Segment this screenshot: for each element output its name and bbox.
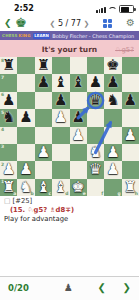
piece-wk-e1[interactable]: ♚ bbox=[70, 179, 87, 196]
pawn-icon[interactable]: ♟ bbox=[64, 282, 73, 293]
piece-wp-b2[interactable]: ♟ bbox=[17, 161, 34, 178]
square-d8[interactable] bbox=[52, 57, 69, 74]
piece-bp-h6[interactable]: ♟ bbox=[122, 92, 139, 109]
next-move-button[interactable]: ❯ bbox=[123, 282, 131, 293]
piece-bb-e7[interactable]: ♝ bbox=[70, 74, 87, 91]
signal-icon bbox=[96, 6, 106, 13]
square-f1[interactable]: f bbox=[87, 179, 104, 196]
piece-wp-c3[interactable]: ♟ bbox=[35, 144, 52, 161]
piece-wb-c1[interactable]: ♝ bbox=[35, 179, 52, 196]
piece-wn-b1[interactable]: ♞ bbox=[17, 179, 34, 196]
square-h3[interactable] bbox=[122, 144, 139, 161]
chessking-logo: CHESS KING LEARN bbox=[2, 33, 50, 39]
rank-label: 3 bbox=[1, 144, 4, 149]
course-banner[interactable]: CHESS KING LEARN Bobby Fischer - Chess C… bbox=[0, 31, 139, 40]
turn-status-bar: It's your turn ♘g5? bbox=[0, 40, 139, 57]
square-h7[interactable] bbox=[122, 74, 139, 91]
piece-wp-g2[interactable]: ♟ bbox=[104, 161, 121, 178]
square-g1[interactable]: g bbox=[104, 179, 121, 196]
piece-wn-f3[interactable]: ♞ bbox=[87, 144, 104, 161]
square-d3[interactable] bbox=[52, 144, 69, 161]
piece-wp-a2[interactable]: ♟ bbox=[0, 161, 17, 178]
status-bar: 2:52 bbox=[0, 0, 139, 16]
nav-bar: ❮ ♚ ❮ 5 / 77 ❯ ⚙ bbox=[0, 16, 139, 31]
piece-wp-e4[interactable]: ♟ bbox=[70, 127, 87, 144]
pager-prev-button[interactable]: ❮ bbox=[50, 20, 56, 28]
square-e3[interactable] bbox=[70, 144, 87, 161]
piece-wp-g3[interactable]: ♟ bbox=[104, 144, 121, 161]
square-c2[interactable] bbox=[35, 161, 52, 178]
piece-bb-d7[interactable]: ♝ bbox=[52, 74, 69, 91]
square-c6[interactable] bbox=[35, 92, 52, 109]
advice-text: Play for advantage bbox=[4, 215, 137, 224]
file-label: g bbox=[117, 191, 120, 196]
clock-time: 2:52 bbox=[14, 4, 34, 13]
square-c5[interactable] bbox=[35, 109, 52, 126]
logo-chess-text: CHESS bbox=[2, 33, 18, 38]
piece-bp-c7[interactable]: ♟ bbox=[35, 74, 52, 91]
piece-wp-h4[interactable]: ♟ bbox=[122, 127, 139, 144]
piece-wb-d1[interactable]: ♝ bbox=[52, 179, 69, 196]
square-b8[interactable] bbox=[17, 57, 34, 74]
square-g5[interactable] bbox=[104, 109, 121, 126]
piece-bp-f7[interactable]: ♟ bbox=[87, 74, 104, 91]
chess-board[interactable]: 87654321abcdefgh♜♜♚♟♝♝♟♟♟♟♛♞♟♞♟♟♟♟♟♟♞♟♟♟… bbox=[0, 57, 139, 196]
piece-wr-h1[interactable]: ♜ bbox=[122, 179, 139, 196]
square-c4[interactable] bbox=[35, 127, 52, 144]
square-b4[interactable] bbox=[17, 127, 34, 144]
square-a3[interactable]: 3 bbox=[0, 144, 17, 161]
pager-next-button[interactable]: ❯ bbox=[84, 20, 90, 28]
piece-bk-g8[interactable]: ♚ bbox=[104, 57, 121, 74]
square-a7[interactable]: 7 bbox=[0, 74, 17, 91]
course-title: Bobby Fischer - Chess Champion bbox=[50, 33, 139, 39]
rank-label: 7 bbox=[1, 75, 4, 80]
status-icons bbox=[96, 5, 134, 13]
puzzle-number: [#25] bbox=[13, 197, 33, 205]
square-e8[interactable] bbox=[70, 57, 87, 74]
rank-label: 4 bbox=[1, 127, 4, 132]
logo-king-text: KING bbox=[19, 33, 31, 38]
score-counter: 0/20 bbox=[8, 283, 29, 293]
square-d4[interactable] bbox=[52, 127, 69, 144]
square-h5[interactable] bbox=[122, 109, 139, 126]
puzzle-id-line: □ [#25] bbox=[4, 197, 137, 206]
piece-wr-a1[interactable]: ♜ bbox=[0, 179, 17, 196]
battery-icon bbox=[119, 5, 134, 13]
square-b6[interactable] bbox=[17, 92, 34, 109]
piece-bp-g7[interactable]: ♟ bbox=[104, 74, 121, 91]
piece-wq-f2[interactable]: ♛ bbox=[87, 161, 104, 178]
bottom-toolbar: 0/20 ♟ ❮ ❯ bbox=[0, 276, 139, 300]
annotation-area: □ [#25] (15. ♘g5? ♗d8∓) Play for advanta… bbox=[4, 197, 137, 224]
square-f5[interactable] bbox=[87, 109, 104, 126]
variation-line: (15. ♘g5? ♗d8∓) bbox=[10, 206, 137, 215]
piece-wp-d5[interactable]: ♟ bbox=[52, 109, 69, 126]
prev-move-button[interactable]: ❮ bbox=[98, 282, 106, 293]
square-h8[interactable] bbox=[122, 57, 139, 74]
square-f8[interactable] bbox=[87, 57, 104, 74]
square-h2[interactable] bbox=[122, 161, 139, 178]
square-d2[interactable] bbox=[52, 161, 69, 178]
square-e2[interactable] bbox=[70, 161, 87, 178]
square-b3[interactable] bbox=[17, 144, 34, 161]
learn-badge: LEARN bbox=[33, 33, 51, 39]
board-grid-button[interactable] bbox=[103, 19, 112, 28]
square-g4[interactable] bbox=[104, 127, 121, 144]
puzzle-pager: ❮ 5 / 77 ❯ bbox=[0, 19, 139, 28]
piece-br-c8[interactable]: ♜ bbox=[35, 57, 52, 74]
square-e6[interactable] bbox=[70, 92, 87, 109]
piece-bp-b5[interactable]: ♟ bbox=[17, 109, 34, 126]
file-label: f bbox=[101, 191, 103, 196]
square-f4[interactable] bbox=[87, 127, 104, 144]
piece-br-a8[interactable]: ♜ bbox=[0, 57, 17, 74]
piece-bq-f6[interactable]: ♛ bbox=[87, 92, 104, 109]
wifi-icon bbox=[108, 7, 117, 12]
puzzle-checkbox-icon: □ bbox=[4, 197, 10, 205]
piece-bp-a6[interactable]: ♟ bbox=[0, 92, 17, 109]
piece-bn-g6[interactable]: ♞ bbox=[104, 92, 121, 109]
piece-bn-a5[interactable]: ♞ bbox=[0, 109, 17, 126]
square-a4[interactable]: 4 bbox=[0, 127, 17, 144]
square-b7[interactable] bbox=[17, 74, 34, 91]
pager-count: 5 / 77 bbox=[58, 19, 81, 28]
rejected-move-label: ♘g5? bbox=[115, 46, 134, 54]
piece-bp-d6[interactable]: ♟ bbox=[52, 92, 69, 109]
settings-gear-icon[interactable]: ⚙ bbox=[126, 17, 135, 28]
piece-bp-e5[interactable]: ♟ bbox=[70, 109, 87, 126]
